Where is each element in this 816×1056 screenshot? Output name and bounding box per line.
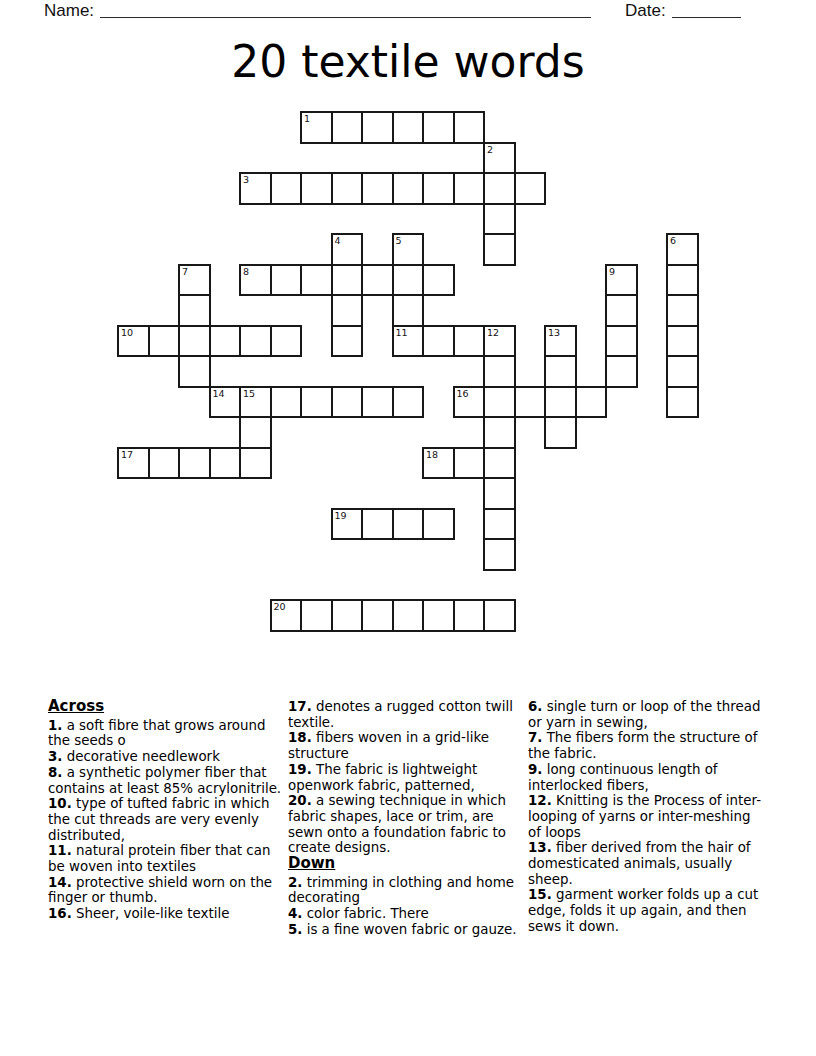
grid-cell[interactable] bbox=[392, 508, 425, 541]
grid-cell[interactable] bbox=[239, 416, 272, 449]
clue: 11. natural protein fiber that can be wo… bbox=[48, 843, 285, 874]
clue-number-label: 8. bbox=[48, 765, 62, 780]
grid-cell[interactable] bbox=[453, 325, 486, 358]
clue: 20. a sewing technique in which fabric s… bbox=[288, 793, 525, 856]
clue-number: 10 bbox=[121, 327, 133, 338]
grid-cell[interactable] bbox=[483, 233, 516, 266]
clue: 3. decorative needlework bbox=[48, 749, 285, 765]
clue-number-label: 4. bbox=[288, 906, 302, 921]
date-line[interactable] bbox=[672, 2, 741, 18]
grid-cell[interactable] bbox=[331, 386, 364, 419]
clue: 15. garment worker folds up a cut edge, … bbox=[528, 887, 765, 934]
clue-number: 4 bbox=[335, 235, 341, 246]
puzzle-title: 20 textile words bbox=[0, 36, 816, 87]
grid-cell[interactable] bbox=[270, 325, 303, 358]
grid-cell[interactable]: 9 bbox=[605, 264, 638, 297]
clue-number: 17 bbox=[121, 449, 133, 460]
clue-number-label: 14. bbox=[48, 875, 72, 890]
grid-cell[interactable] bbox=[514, 386, 547, 419]
clue-number-label: 15. bbox=[528, 887, 552, 902]
clue-number: 1 bbox=[304, 113, 310, 124]
grid-cell[interactable] bbox=[331, 599, 364, 632]
grid-cell[interactable] bbox=[483, 447, 516, 480]
grid-cell[interactable] bbox=[361, 264, 394, 297]
clue-number-label: 6. bbox=[528, 699, 542, 714]
grid-cell[interactable] bbox=[148, 447, 181, 480]
grid-cell[interactable] bbox=[392, 294, 425, 327]
grid-cell[interactable] bbox=[605, 325, 638, 358]
clue-number: 14 bbox=[213, 388, 225, 399]
grid-cell[interactable]: 17 bbox=[117, 447, 150, 480]
clue: 17. denotes a rugged cotton twill textil… bbox=[288, 699, 525, 730]
grid-cell[interactable] bbox=[331, 294, 364, 327]
grid-cell[interactable]: 15 bbox=[239, 386, 272, 419]
clues-section-header: Across bbox=[48, 699, 285, 715]
grid-cell[interactable] bbox=[422, 172, 455, 205]
grid-cell[interactable] bbox=[148, 325, 181, 358]
grid-cell[interactable] bbox=[392, 172, 425, 205]
clue-number-label: 12. bbox=[528, 793, 552, 808]
clue-number-label: 19. bbox=[288, 762, 312, 777]
grid-cell[interactable] bbox=[300, 172, 333, 205]
grid-cell[interactable] bbox=[331, 172, 364, 205]
clue-column: Across1. a soft fibre that grows around … bbox=[48, 699, 285, 938]
grid-cell[interactable] bbox=[392, 599, 425, 632]
grid-cell[interactable] bbox=[331, 111, 364, 144]
clue: 10. type of tufted fabric in which the c… bbox=[48, 796, 285, 843]
grid-cell[interactable] bbox=[453, 111, 486, 144]
clue: 8. a synthetic polymer fiber that contai… bbox=[48, 765, 285, 796]
clue: 2. trimming in clothing and home decorat… bbox=[288, 875, 525, 906]
grid-cell[interactable] bbox=[483, 203, 516, 236]
clue-number: 16 bbox=[457, 388, 469, 399]
name-label: Name: bbox=[44, 1, 94, 21]
grid-cell[interactable] bbox=[422, 508, 455, 541]
clue-number-label: 1. bbox=[48, 718, 62, 733]
grid-cell[interactable]: 4 bbox=[331, 233, 364, 266]
grid-cell[interactable] bbox=[300, 599, 333, 632]
grid-cell[interactable] bbox=[270, 386, 303, 419]
clue-number: 15 bbox=[243, 388, 255, 399]
grid-cell[interactable] bbox=[483, 386, 516, 419]
grid-cell[interactable] bbox=[483, 599, 516, 632]
grid-cell[interactable]: 11 bbox=[392, 325, 425, 358]
clue-number-label: 10. bbox=[48, 796, 72, 811]
clue: 4. color fabric. There bbox=[288, 906, 525, 922]
clue-number: 20 bbox=[274, 601, 286, 612]
grid-cell[interactable]: 1 bbox=[300, 111, 333, 144]
grid-cell[interactable]: 10 bbox=[117, 325, 150, 358]
grid-cell[interactable] bbox=[331, 325, 364, 358]
grid-cell[interactable] bbox=[422, 264, 455, 297]
clue-number: 19 bbox=[335, 510, 347, 521]
clue-number-label: 5. bbox=[288, 922, 302, 937]
grid-cell[interactable] bbox=[544, 355, 577, 388]
clue-number: 7 bbox=[182, 266, 188, 277]
grid-cell[interactable] bbox=[483, 538, 516, 571]
clue-number-label: 9. bbox=[528, 762, 542, 777]
clue: 16. Sheer, voile-like textile bbox=[48, 906, 285, 922]
clue-number: 2 bbox=[487, 144, 493, 155]
clue-number-label: 17. bbox=[288, 699, 312, 714]
clue-number: 8 bbox=[243, 266, 249, 277]
grid-cell[interactable] bbox=[483, 416, 516, 449]
grid-cell[interactable] bbox=[392, 111, 425, 144]
grid-cell[interactable] bbox=[453, 447, 486, 480]
clue-number-label: 3. bbox=[48, 749, 62, 764]
grid-cell[interactable] bbox=[666, 386, 699, 419]
grid-cell[interactable] bbox=[392, 386, 425, 419]
grid-cell[interactable] bbox=[209, 325, 242, 358]
grid-cell[interactable]: 6 bbox=[666, 233, 699, 266]
grid-cell[interactable] bbox=[544, 416, 577, 449]
clue: 1. a soft fibre that grows around the se… bbox=[48, 718, 285, 749]
name-line[interactable] bbox=[100, 2, 591, 18]
grid-cell[interactable] bbox=[331, 264, 364, 297]
clue-number-label: 11. bbox=[48, 843, 72, 858]
grid-cell[interactable] bbox=[422, 111, 455, 144]
grid-cell[interactable] bbox=[361, 386, 394, 419]
clue: 9. long continuous length of interlocked… bbox=[528, 762, 765, 793]
clue-number: 12 bbox=[487, 327, 499, 338]
grid-cell[interactable] bbox=[178, 355, 211, 388]
clue-number-label: 16. bbox=[48, 906, 72, 921]
grid-cell[interactable] bbox=[575, 386, 608, 419]
clue-number: 9 bbox=[609, 266, 615, 277]
grid-cell[interactable] bbox=[392, 264, 425, 297]
clue: 19. The fabric is lightweight openwork f… bbox=[288, 762, 525, 793]
grid-cell[interactable]: 18 bbox=[422, 447, 455, 480]
clue: 13. fiber derived from the hair of domes… bbox=[528, 840, 765, 887]
grid-cell[interactable] bbox=[361, 599, 394, 632]
grid-cell[interactable] bbox=[239, 325, 272, 358]
grid-cell[interactable]: 8 bbox=[239, 264, 272, 297]
clue: 14. protective shield worn on the finger… bbox=[48, 875, 285, 906]
grid-cell[interactable] bbox=[300, 386, 333, 419]
clue: 7. The fibers form the structure of the … bbox=[528, 730, 765, 761]
clue-column: 6. single turn or loop of the thread or … bbox=[528, 699, 765, 938]
grid-cell[interactable]: 16 bbox=[453, 386, 486, 419]
clue-number: 13 bbox=[548, 327, 560, 338]
clue: 6. single turn or loop of the thread or … bbox=[528, 699, 765, 730]
grid-cell[interactable] bbox=[361, 508, 394, 541]
grid-cell[interactable] bbox=[453, 172, 486, 205]
date-label: Date: bbox=[625, 1, 666, 21]
grid-cell[interactable]: 14 bbox=[209, 386, 242, 419]
clue-number: 6 bbox=[670, 235, 676, 246]
grid-cell[interactable] bbox=[422, 325, 455, 358]
grid-cell[interactable] bbox=[239, 447, 272, 480]
grid-cell[interactable] bbox=[270, 264, 303, 297]
clue: 5. is a fine woven fabric or gauze. bbox=[288, 922, 525, 938]
clue-number-label: 18. bbox=[288, 730, 312, 745]
clue-number: 5 bbox=[396, 235, 402, 246]
grid-cell[interactable] bbox=[666, 325, 699, 358]
grid-cell[interactable]: 2 bbox=[483, 142, 516, 175]
clues-section: Across1. a soft fibre that grows around … bbox=[48, 699, 768, 938]
grid-cell[interactable] bbox=[544, 386, 577, 419]
grid-cell[interactable]: 5 bbox=[392, 233, 425, 266]
grid-cell[interactable] bbox=[483, 172, 516, 205]
grid-cell[interactable] bbox=[178, 294, 211, 327]
clues-section-header: Down bbox=[288, 856, 525, 872]
grid-cell[interactable] bbox=[605, 355, 638, 388]
grid-cell[interactable] bbox=[300, 264, 333, 297]
clue-number-label: 20. bbox=[288, 793, 312, 808]
clue: 18. fibers woven in a grid-like structur… bbox=[288, 730, 525, 761]
grid-cell[interactable] bbox=[666, 355, 699, 388]
grid-cell[interactable] bbox=[605, 294, 638, 327]
grid-cell[interactable]: 12 bbox=[483, 325, 516, 358]
grid-cell[interactable]: 19 bbox=[331, 508, 364, 541]
clue-column: 17. denotes a rugged cotton twill textil… bbox=[288, 699, 525, 938]
grid-cell[interactable] bbox=[422, 599, 455, 632]
clue-number: 3 bbox=[243, 174, 249, 185]
clue-number-label: 7. bbox=[528, 730, 542, 745]
grid-cell[interactable] bbox=[178, 325, 211, 358]
grid-cell[interactable]: 3 bbox=[239, 172, 272, 205]
grid-cell[interactable] bbox=[209, 447, 242, 480]
grid-cell[interactable]: 20 bbox=[270, 599, 303, 632]
grid-cell[interactable] bbox=[270, 172, 303, 205]
grid-cell[interactable] bbox=[483, 355, 516, 388]
grid-cell[interactable] bbox=[453, 599, 486, 632]
grid-cell[interactable] bbox=[483, 508, 516, 541]
grid-cell[interactable]: 7 bbox=[178, 264, 211, 297]
grid-cell[interactable] bbox=[666, 294, 699, 327]
worksheet-page: Name: Date: 20 textile words 12345116789… bbox=[0, 0, 816, 1056]
clue: 12. Knitting is the Process of inter-loo… bbox=[528, 793, 765, 840]
clue-number-label: 13. bbox=[528, 840, 552, 855]
grid-cell[interactable] bbox=[361, 111, 394, 144]
grid-cell[interactable] bbox=[361, 172, 394, 205]
grid-cell[interactable] bbox=[666, 264, 699, 297]
clue-number: 11 bbox=[396, 327, 408, 338]
clue-number: 18 bbox=[426, 449, 438, 460]
grid-cell[interactable]: 13 bbox=[544, 325, 577, 358]
grid-cell[interactable] bbox=[483, 477, 516, 510]
grid-cell[interactable] bbox=[178, 447, 211, 480]
clue-number-label: 2. bbox=[288, 875, 302, 890]
grid-cell[interactable] bbox=[514, 172, 547, 205]
